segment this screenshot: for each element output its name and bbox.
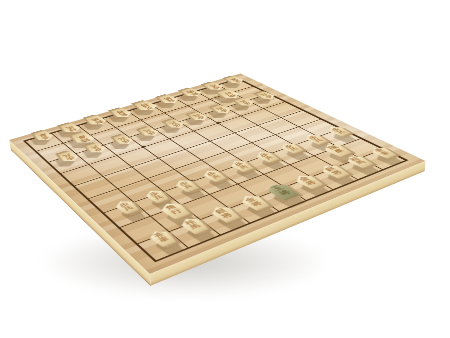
photo-background: 香車歩兵歩兵香車桂馬角行歩兵歩兵飛車桂馬銀将歩兵歩兵銀将金将歩兵歩兵金将王将歩兵…	[0, 0, 450, 338]
cell-f9r9[interactable]: 香車	[137, 231, 189, 260]
board-grid: 香車歩兵歩兵香車桂馬角行歩兵歩兵飛車桂馬銀将歩兵歩兵銀将金将歩兵歩兵金将王将歩兵…	[23, 78, 409, 262]
cell-f9r3[interactable]: 歩兵	[48, 153, 89, 173]
board-perspective-wrapper: 香車歩兵歩兵香車桂馬角行歩兵歩兵飛車桂馬銀将歩兵歩兵銀将金将歩兵歩兵金将王将歩兵…	[48, 0, 363, 308]
